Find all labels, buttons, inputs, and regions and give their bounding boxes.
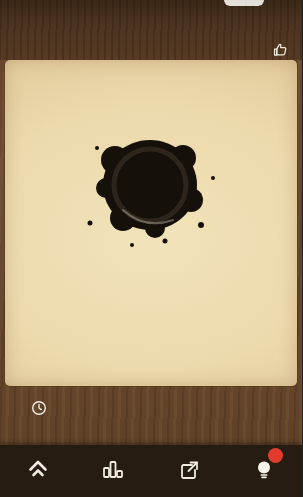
ranking-icon <box>101 459 125 481</box>
clock-icon <box>31 400 47 416</box>
hint-badge <box>268 448 283 463</box>
nav-share[interactable] <box>151 445 227 497</box>
share-icon <box>177 459 201 481</box>
thumbs-up-icon <box>272 41 289 58</box>
menu-up-icon <box>26 459 50 481</box>
nav-ranking[interactable] <box>76 445 152 497</box>
like-button[interactable] <box>272 41 294 58</box>
bottom-nav <box>0 445 302 497</box>
nav-hint[interactable] <box>227 445 303 497</box>
xiangqi-board[interactable] <box>5 60 297 386</box>
nav-menu[interactable] <box>0 445 76 497</box>
board-grid <box>5 60 297 386</box>
status-row <box>0 392 302 424</box>
record-banner <box>0 0 302 60</box>
top-notch <box>224 0 264 6</box>
xiangqi-app-screen <box>0 0 302 497</box>
